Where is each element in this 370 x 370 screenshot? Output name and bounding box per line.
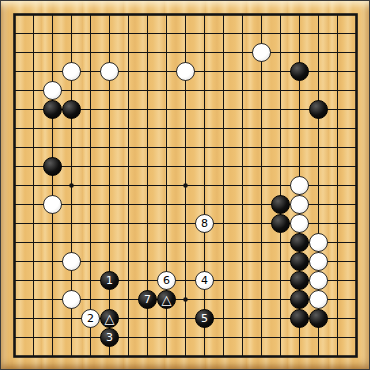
- white-stone[interactable]: [62, 252, 81, 271]
- black-stone[interactable]: [43, 157, 62, 176]
- stones-layer: 81647△2△53: [5, 5, 366, 366]
- white-stone[interactable]: 4: [195, 271, 214, 290]
- black-stone[interactable]: [290, 309, 309, 328]
- triangle-mark: △: [105, 312, 115, 325]
- white-stone[interactable]: [309, 271, 328, 290]
- black-stone[interactable]: [290, 271, 309, 290]
- go-board-frame: 81647△2△53: [0, 0, 370, 370]
- black-stone[interactable]: [290, 252, 309, 271]
- black-stone[interactable]: [309, 100, 328, 119]
- move-number-label: 7: [144, 294, 151, 305]
- move-number-label: 6: [163, 275, 170, 286]
- white-stone[interactable]: [100, 62, 119, 81]
- black-stone[interactable]: [271, 195, 290, 214]
- white-stone[interactable]: 8: [195, 214, 214, 233]
- goban[interactable]: 81647△2△53: [1, 1, 370, 370]
- white-stone[interactable]: 6: [157, 271, 176, 290]
- white-stone[interactable]: [290, 176, 309, 195]
- white-stone[interactable]: 2: [81, 309, 100, 328]
- move-number-label: 4: [201, 275, 208, 286]
- white-stone[interactable]: [62, 62, 81, 81]
- black-stone[interactable]: [309, 309, 328, 328]
- move-number-label: 5: [201, 313, 208, 324]
- white-stone[interactable]: [62, 290, 81, 309]
- white-stone[interactable]: [43, 195, 62, 214]
- white-stone[interactable]: [43, 81, 62, 100]
- black-stone[interactable]: 1: [100, 271, 119, 290]
- black-stone[interactable]: [271, 214, 290, 233]
- white-stone[interactable]: [309, 252, 328, 271]
- black-stone[interactable]: △: [157, 290, 176, 309]
- black-stone[interactable]: [62, 100, 81, 119]
- move-number-label: 8: [201, 218, 208, 229]
- white-stone[interactable]: [309, 233, 328, 252]
- move-number-label: 2: [87, 313, 94, 324]
- black-stone[interactable]: [290, 290, 309, 309]
- black-stone[interactable]: 7: [138, 290, 157, 309]
- triangle-mark: △: [162, 293, 172, 306]
- black-stone[interactable]: [43, 100, 62, 119]
- black-stone[interactable]: [290, 233, 309, 252]
- move-number-label: 3: [106, 332, 113, 343]
- white-stone[interactable]: [290, 214, 309, 233]
- black-stone[interactable]: [290, 62, 309, 81]
- black-stone[interactable]: 5: [195, 309, 214, 328]
- white-stone[interactable]: [309, 290, 328, 309]
- black-stone[interactable]: △: [100, 309, 119, 328]
- white-stone[interactable]: [290, 195, 309, 214]
- black-stone[interactable]: 3: [100, 328, 119, 347]
- move-number-label: 1: [106, 275, 113, 286]
- white-stone[interactable]: [252, 43, 271, 62]
- white-stone[interactable]: [176, 62, 195, 81]
